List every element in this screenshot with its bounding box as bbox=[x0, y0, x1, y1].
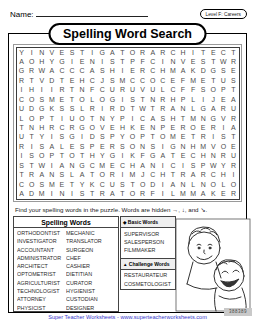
spelling-words-columns: ORTHODONTISTINVESTIGATORACCOUNTANTADMINI… bbox=[14, 228, 118, 313]
grid-cell: H bbox=[158, 66, 168, 75]
grid-cell: C bbox=[188, 151, 198, 160]
grid-cell: V bbox=[97, 123, 107, 132]
grid-cell: R bbox=[87, 104, 97, 113]
grid-cell: I bbox=[117, 170, 127, 179]
grid-cell: G bbox=[67, 132, 77, 141]
grid-cell: N bbox=[178, 104, 188, 113]
grid-cell: S bbox=[127, 95, 137, 104]
grid-cell: M bbox=[97, 161, 107, 170]
grid-cell: N bbox=[178, 180, 188, 189]
grid-cell: A bbox=[107, 189, 117, 198]
grid-cell: A bbox=[158, 151, 168, 160]
grid-cell: T bbox=[57, 151, 67, 160]
grid-cell: U bbox=[127, 85, 137, 94]
grid-cell: N bbox=[168, 57, 178, 66]
grid-cell: T bbox=[87, 114, 97, 123]
grid-cell: M bbox=[198, 142, 208, 151]
grid-cell: T bbox=[228, 132, 238, 141]
grid-cell: J bbox=[208, 95, 218, 104]
grid-cell: G bbox=[97, 48, 107, 57]
grid-cell: R bbox=[228, 161, 238, 170]
grid-cell: F bbox=[178, 85, 188, 94]
grid-cell: T bbox=[27, 132, 37, 141]
grid-cell: R bbox=[17, 76, 27, 85]
grid-cell: C bbox=[168, 48, 178, 57]
grid-cell: C bbox=[127, 76, 137, 85]
instruction-sentence: Find your spelling words in the puzzle. … bbox=[15, 206, 170, 213]
grid-cell: O bbox=[127, 132, 137, 141]
grid-cell: O bbox=[127, 48, 137, 57]
grid-cell: M bbox=[188, 76, 198, 85]
grid-cell: T bbox=[117, 48, 127, 57]
grid-cell: T bbox=[168, 170, 178, 179]
worksheet-code: 388389 bbox=[224, 308, 252, 316]
grid-cell: S bbox=[27, 151, 37, 160]
grid-cell: O bbox=[188, 123, 198, 132]
grid-cell: N bbox=[148, 123, 158, 132]
grid-cell: E bbox=[107, 161, 117, 170]
grid-cell: H bbox=[178, 48, 188, 57]
grid-cell: W bbox=[37, 161, 47, 170]
grid-cell: I bbox=[27, 48, 37, 57]
grid-cell: S bbox=[37, 95, 47, 104]
word-item: SUPERVISOR bbox=[124, 230, 172, 238]
grid-cell: I bbox=[47, 132, 57, 141]
grid-cell: R bbox=[208, 123, 218, 132]
grid-cell: I bbox=[158, 142, 168, 151]
grid-cell: I bbox=[158, 161, 168, 170]
grid-cell: R bbox=[138, 189, 148, 198]
grid-cell: T bbox=[188, 132, 198, 141]
name-row: Name: bbox=[10, 9, 148, 19]
grid-cell: K bbox=[87, 180, 97, 189]
grid-cell: A bbox=[47, 66, 57, 75]
grid-cell: R bbox=[228, 57, 238, 66]
grid-cell: I bbox=[27, 142, 37, 151]
grid-cell: H bbox=[87, 151, 97, 160]
grid-cell: T bbox=[117, 57, 127, 66]
grid-cell: I bbox=[97, 57, 107, 66]
grid-cell: I bbox=[158, 180, 168, 189]
grid-cell: O bbox=[37, 151, 47, 160]
grid-cell: T bbox=[67, 85, 77, 94]
grid-cell: D bbox=[47, 76, 57, 85]
grid-cell: S bbox=[117, 180, 127, 189]
grid-cell: G bbox=[77, 123, 87, 132]
grid-cell: S bbox=[37, 142, 47, 151]
grid-cell: O bbox=[27, 57, 37, 66]
grid-cell: T bbox=[127, 180, 137, 189]
grid-cell: S bbox=[107, 57, 117, 66]
challenge-words-label: Challenge Words bbox=[129, 261, 170, 267]
grid-cell: M bbox=[168, 66, 178, 75]
grid-cell: S bbox=[57, 104, 67, 113]
grid-cell: S bbox=[77, 189, 87, 198]
grid-cell: C bbox=[168, 85, 178, 94]
grid-cell: A bbox=[208, 104, 218, 113]
grid-cell: E bbox=[127, 66, 137, 75]
grid-cell: R bbox=[97, 189, 107, 198]
grid-cell: V bbox=[47, 48, 57, 57]
grid-cell: C bbox=[148, 170, 158, 179]
grid-cell: O bbox=[27, 180, 37, 189]
grid-cell: P bbox=[127, 57, 137, 66]
grid-cell: H bbox=[158, 170, 168, 179]
grid-cell: H bbox=[107, 66, 117, 75]
grid-cell: U bbox=[228, 151, 238, 160]
grid-cell: E bbox=[107, 123, 117, 132]
grid-cell: C bbox=[218, 48, 228, 57]
grid-cell: E bbox=[178, 151, 188, 160]
grid-cell: K bbox=[208, 189, 218, 198]
grid-cell: A bbox=[77, 170, 87, 179]
grid-cell: T bbox=[178, 114, 188, 123]
level-badge: Level F: Careers bbox=[200, 9, 247, 19]
worksheet-frame: YINVESTIGATORARCHITECTAOHYGIENISTPFCINVE… bbox=[8, 33, 247, 313]
grid-cell: C bbox=[57, 123, 67, 132]
grid-cell: U bbox=[17, 104, 27, 113]
grid-cell: E bbox=[198, 123, 208, 132]
grid-cell: I bbox=[47, 161, 57, 170]
grid-cell: P bbox=[117, 114, 127, 123]
grid-cell: W bbox=[138, 104, 148, 113]
grid-cell: P bbox=[218, 85, 228, 94]
grid-cell: U bbox=[148, 85, 158, 94]
grid-cell: E bbox=[228, 66, 238, 75]
grid-cell: W bbox=[208, 161, 218, 170]
grid-cell: C bbox=[148, 57, 158, 66]
grid-cell: T bbox=[208, 57, 218, 66]
grid-cell: L bbox=[168, 189, 178, 198]
grid-cell: I bbox=[37, 85, 47, 94]
grid-cell: S bbox=[57, 170, 67, 179]
grid-cell: A bbox=[228, 123, 238, 132]
grid-cell: T bbox=[47, 114, 57, 123]
grid-cell: R bbox=[138, 48, 148, 57]
grid-cell: I bbox=[198, 95, 208, 104]
grid-cell: G bbox=[37, 104, 47, 113]
grid-cell: M bbox=[188, 114, 198, 123]
grid-cell: L bbox=[218, 180, 228, 189]
spelling-words-col2: MECHANICTRANSLATORSURGEONCHEFCASHIERDIET… bbox=[66, 229, 115, 312]
word-item: ORTHODONTIST bbox=[17, 229, 66, 237]
grid-cell: Y bbox=[17, 48, 27, 57]
grid-cell: O bbox=[208, 180, 218, 189]
grid-cell: W bbox=[218, 57, 228, 66]
grid-cell: Y bbox=[107, 114, 117, 123]
grid-cell: P bbox=[107, 132, 117, 141]
grid-cell: I bbox=[47, 85, 57, 94]
grid-cell: D bbox=[148, 180, 158, 189]
grid-cell: N bbox=[148, 161, 158, 170]
grid-cell: T bbox=[77, 48, 87, 57]
grid-cell: A bbox=[107, 48, 117, 57]
grid-cell: C bbox=[168, 161, 178, 170]
grid-cell: N bbox=[27, 123, 37, 132]
grid-cell: V bbox=[37, 76, 47, 85]
grid-cell: V bbox=[178, 57, 188, 66]
grid-cell: Y bbox=[37, 132, 47, 141]
challenge-words-list: RESTAURATEURCOSMETOLOGIST bbox=[121, 270, 175, 290]
grid-cell: N bbox=[148, 95, 158, 104]
grid-cell: O bbox=[27, 114, 37, 123]
grid-cell: R bbox=[27, 170, 37, 179]
grid-cell: M bbox=[47, 95, 57, 104]
grid-cell: G bbox=[17, 66, 27, 75]
word-item: PHYSICIST bbox=[17, 304, 66, 312]
triangle-icon: ▲ bbox=[123, 262, 127, 267]
grid-cell: R bbox=[198, 170, 208, 179]
name-label: Name: bbox=[10, 10, 34, 19]
grid-cell: P bbox=[198, 161, 208, 170]
grid-cell: F bbox=[138, 151, 148, 160]
grid-cell: A bbox=[148, 48, 158, 57]
grid-cell: H bbox=[37, 123, 47, 132]
grid-cell: Y bbox=[97, 151, 107, 160]
grid-cell: F bbox=[138, 57, 148, 66]
grid-cell: S bbox=[77, 142, 87, 151]
grid-cell: R bbox=[218, 104, 228, 113]
grid-cell: L bbox=[57, 142, 67, 151]
grid-cell: O bbox=[218, 142, 228, 151]
grid-cell: E bbox=[218, 189, 228, 198]
basic-words-header: ◆ Basic Words bbox=[121, 217, 175, 228]
basic-words-label: Basic Words bbox=[128, 219, 158, 225]
grid-cell: T bbox=[127, 104, 137, 113]
grid-cell: S bbox=[198, 85, 208, 94]
challenge-words-header: ▲ Challenge Words bbox=[121, 258, 175, 270]
grid-cell: M bbox=[168, 132, 178, 141]
grid-cell: A bbox=[168, 180, 178, 189]
grid-cell: I bbox=[47, 189, 57, 198]
footer-credit: Super Teacher Worksheets - www.superteac… bbox=[0, 314, 255, 320]
grid-cell: S bbox=[37, 180, 47, 189]
grid-cell: C bbox=[87, 76, 97, 85]
name-blank-line bbox=[36, 9, 148, 17]
grid-cell: A bbox=[178, 66, 188, 75]
grid-cell: G bbox=[148, 151, 158, 160]
grid-cell: T bbox=[148, 104, 158, 113]
grid-cell: S bbox=[97, 132, 107, 141]
grid-cell: F bbox=[188, 85, 198, 94]
word-item: OPTOMETRIST bbox=[17, 270, 66, 278]
grid-cell: J bbox=[97, 76, 107, 85]
word-item: ARCHITECT bbox=[17, 262, 66, 270]
grid-cell: H bbox=[127, 161, 137, 170]
grid-cell: C bbox=[57, 66, 67, 75]
word-item: INVESTIGATOR bbox=[17, 237, 66, 245]
grid-cell: O bbox=[158, 132, 168, 141]
word-item: HYGIENIST bbox=[66, 287, 115, 295]
grid-cell: H bbox=[77, 76, 87, 85]
grid-cell: T bbox=[67, 180, 77, 189]
grid-cell: H bbox=[188, 142, 198, 151]
grid-cell: G bbox=[107, 151, 117, 160]
grid-cell: T bbox=[27, 161, 37, 170]
grid-cell: P bbox=[178, 95, 188, 104]
grid-cell: G bbox=[208, 66, 218, 75]
grid-cell: L bbox=[67, 170, 77, 179]
grid-cell: T bbox=[208, 76, 218, 85]
grid-cell: T bbox=[87, 189, 97, 198]
grid-cell: I bbox=[158, 57, 168, 66]
grid-cell: T bbox=[228, 48, 238, 57]
grid-cell: R bbox=[67, 123, 77, 132]
grid-cell: R bbox=[228, 189, 238, 198]
grid-cell: N bbox=[178, 142, 188, 151]
grid-cell: N bbox=[198, 180, 208, 189]
grid-cell: A bbox=[168, 104, 178, 113]
grid-cell: G bbox=[77, 161, 87, 170]
grid-cell: S bbox=[198, 57, 208, 66]
grid-cell: T bbox=[117, 189, 127, 198]
grid-cell: T bbox=[27, 76, 37, 85]
grid-cell: P bbox=[158, 123, 168, 132]
instruction-text: Find your spelling words in the puzzle. … bbox=[15, 206, 207, 213]
word-item: SALESPERSON bbox=[124, 238, 172, 246]
grid-cell: T bbox=[168, 151, 178, 160]
word-item: ACCOUNTANT bbox=[17, 246, 66, 254]
grid-cell: I bbox=[57, 114, 67, 123]
grid-cell: C bbox=[87, 161, 97, 170]
grid-cell: G bbox=[168, 142, 178, 151]
word-item: ATTORNEY bbox=[17, 295, 66, 303]
grid-cell: T bbox=[198, 48, 208, 57]
grid-cell: H bbox=[168, 114, 178, 123]
grid-cell: C bbox=[97, 85, 107, 94]
grid-cell: I bbox=[218, 123, 228, 132]
grid-cell: L bbox=[17, 114, 27, 123]
grid-cell: R bbox=[178, 123, 188, 132]
grid-cell: S bbox=[57, 132, 67, 141]
word-item: TRANSLATOR bbox=[66, 237, 115, 245]
grid-cell: E bbox=[198, 76, 208, 85]
grid-cell: C bbox=[77, 66, 87, 75]
grid-cell: M bbox=[188, 189, 198, 198]
word-item: CUSTODIAN bbox=[66, 295, 115, 303]
grid-cell: Y bbox=[47, 57, 57, 66]
grid-cell: R bbox=[178, 170, 188, 179]
grid-cell: I bbox=[117, 66, 127, 75]
grid-cell: L bbox=[158, 85, 168, 94]
grid-cell: E bbox=[57, 95, 67, 104]
grid-cell: M bbox=[37, 189, 47, 198]
grid-cell: I bbox=[228, 170, 238, 179]
grid-cell: R bbox=[47, 123, 57, 132]
grid-cell: D bbox=[198, 66, 208, 75]
word-item: TECHNOLOGIST bbox=[17, 287, 66, 295]
grid-cell: R bbox=[218, 151, 228, 160]
grid-cell: E bbox=[77, 57, 87, 66]
word-item: FILMMAKER bbox=[124, 246, 172, 254]
word-item: SURGEON bbox=[66, 246, 115, 254]
direction-arrows-icon: →, ↓, and ↘. bbox=[172, 206, 207, 213]
grid-cell: R bbox=[117, 85, 127, 94]
grid-cell: G bbox=[107, 95, 117, 104]
grid-cell: H bbox=[168, 95, 178, 104]
grid-cell: O bbox=[87, 123, 97, 132]
grid-cell: F bbox=[87, 85, 97, 94]
word-item: MECHANIC bbox=[66, 229, 115, 237]
grid-cell: S bbox=[97, 66, 107, 75]
grid-cell: G bbox=[198, 104, 208, 113]
grid-cell: O bbox=[127, 189, 137, 198]
grid-cell: E bbox=[168, 123, 178, 132]
grid-cell: N bbox=[57, 189, 67, 198]
grid-cell: I bbox=[158, 189, 168, 198]
word-item: DESIGNER bbox=[66, 304, 115, 312]
grid-cell: O bbox=[208, 85, 218, 94]
grid-cell: S bbox=[17, 161, 27, 170]
grid-cell: E bbox=[218, 95, 228, 104]
grid-cell: E bbox=[168, 76, 178, 85]
grid-cell: E bbox=[188, 57, 198, 66]
word-grid-border: YINVESTIGATORARCHITECTAOHYGIENISTPFCINVE… bbox=[16, 47, 240, 200]
grid-cell: R bbox=[107, 170, 117, 179]
grid-cell: I bbox=[87, 48, 97, 57]
page-title: Spelling Word Search bbox=[48, 23, 207, 45]
grid-cell: A bbox=[198, 189, 208, 198]
basic-words-list: SUPERVISORSALESPERSONFILMMAKER bbox=[121, 228, 175, 256]
grid-cell: S bbox=[117, 142, 127, 151]
grid-cell: V bbox=[208, 142, 218, 151]
grid-cell: K bbox=[127, 123, 137, 132]
grid-cell: I bbox=[117, 151, 127, 160]
grid-cell: O bbox=[127, 142, 137, 151]
grid-cell: N bbox=[87, 57, 97, 66]
grid-cell: O bbox=[77, 95, 87, 104]
grid-cell: C bbox=[158, 76, 168, 85]
grid-cell: S bbox=[228, 76, 238, 85]
grid-cell: C bbox=[67, 66, 77, 75]
grid-cell: H bbox=[117, 123, 127, 132]
grid-cell: L bbox=[87, 95, 97, 104]
grid-cell: G bbox=[57, 57, 67, 66]
grid-cell: I bbox=[77, 132, 87, 141]
grid-cell: D bbox=[27, 104, 37, 113]
grid-cell: O bbox=[67, 151, 77, 160]
grid-cell: Y bbox=[77, 180, 87, 189]
grid-cell: K bbox=[127, 151, 137, 160]
grid-cell: U bbox=[107, 180, 117, 189]
word-item: CHEF bbox=[66, 254, 115, 262]
grid-cell: U bbox=[67, 114, 77, 123]
grid-cell: E bbox=[208, 48, 218, 57]
grid-cell: E bbox=[228, 142, 238, 151]
spelling-words-header: Spelling Words bbox=[14, 217, 118, 228]
grid-cell: I bbox=[188, 48, 198, 57]
grid-cell: U bbox=[218, 76, 228, 85]
grid-cell: D bbox=[87, 132, 97, 141]
grid-cell: C bbox=[138, 76, 148, 85]
grid-cell: E bbox=[67, 142, 77, 151]
grid-cell: R bbox=[107, 104, 117, 113]
grid-cell: N bbox=[97, 114, 107, 123]
grid-cell: I bbox=[17, 85, 27, 94]
word-item: DIETITIAN bbox=[66, 270, 115, 278]
grid-cell: P bbox=[87, 142, 97, 151]
grid-cell: U bbox=[107, 85, 117, 94]
spelling-words-col1: ORTHODONTISTINVESTIGATORACCOUNTANTADMINI… bbox=[17, 229, 66, 312]
grid-cell: A bbox=[47, 142, 57, 151]
grid-cell: T bbox=[87, 170, 97, 179]
grid-cell: T bbox=[17, 170, 27, 179]
grid-cell: I bbox=[178, 161, 188, 170]
grid-cell: C bbox=[117, 161, 127, 170]
grid-cell: E bbox=[67, 76, 77, 85]
grid-cell: S bbox=[188, 161, 198, 170]
grid-cell: M bbox=[117, 76, 127, 85]
